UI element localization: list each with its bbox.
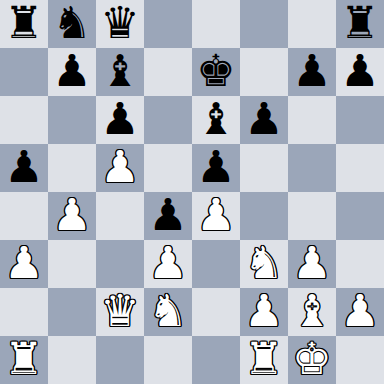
square-h4[interactable] <box>336 192 384 240</box>
piece-black-knight[interactable]: ♞ <box>52 0 91 47</box>
piece-black-pawn[interactable]: ♟ <box>148 192 187 239</box>
square-g8[interactable] <box>288 0 336 48</box>
square-h5[interactable] <box>336 144 384 192</box>
square-g4[interactable] <box>288 192 336 240</box>
square-c7[interactable]: ♝ <box>96 48 144 96</box>
piece-black-queen[interactable]: ♛ <box>100 0 139 47</box>
square-f3[interactable]: ♞ <box>240 240 288 288</box>
square-g6[interactable] <box>288 96 336 144</box>
square-f6[interactable]: ♟ <box>240 96 288 144</box>
square-c6[interactable]: ♟ <box>96 96 144 144</box>
piece-white-bishop[interactable]: ♝ <box>292 288 331 335</box>
square-a5[interactable]: ♟ <box>0 144 48 192</box>
square-d6[interactable] <box>144 96 192 144</box>
square-h1[interactable] <box>336 336 384 384</box>
piece-black-king[interactable]: ♚ <box>196 48 235 95</box>
piece-white-pawn[interactable]: ♟ <box>292 240 331 287</box>
square-f8[interactable] <box>240 0 288 48</box>
square-b1[interactable] <box>48 336 96 384</box>
square-e8[interactable] <box>192 0 240 48</box>
square-a6[interactable] <box>0 96 48 144</box>
square-d4[interactable]: ♟ <box>144 192 192 240</box>
square-a3[interactable]: ♟ <box>0 240 48 288</box>
square-e1[interactable] <box>192 336 240 384</box>
square-h2[interactable]: ♟ <box>336 288 384 336</box>
square-f2[interactable]: ♟ <box>240 288 288 336</box>
square-f7[interactable] <box>240 48 288 96</box>
piece-black-bishop[interactable]: ♝ <box>100 48 139 95</box>
square-c4[interactable] <box>96 192 144 240</box>
piece-black-bishop[interactable]: ♝ <box>196 96 235 143</box>
square-b4[interactable]: ♟ <box>48 192 96 240</box>
chess-board: ♜♞♛♜♟♝♚♟♟♟♝♟♟♟♟♟♟♟♟♟♞♟♛♞♟♝♟♜♜♚ <box>0 0 384 384</box>
square-d8[interactable] <box>144 0 192 48</box>
piece-black-pawn[interactable]: ♟ <box>100 96 139 143</box>
square-d3[interactable]: ♟ <box>144 240 192 288</box>
square-c5[interactable]: ♟ <box>96 144 144 192</box>
square-d7[interactable] <box>144 48 192 96</box>
piece-white-pawn[interactable]: ♟ <box>340 288 379 335</box>
square-d2[interactable]: ♞ <box>144 288 192 336</box>
square-e3[interactable] <box>192 240 240 288</box>
square-e2[interactable] <box>192 288 240 336</box>
square-d5[interactable] <box>144 144 192 192</box>
square-g1[interactable]: ♚ <box>288 336 336 384</box>
square-c1[interactable] <box>96 336 144 384</box>
square-c8[interactable]: ♛ <box>96 0 144 48</box>
square-h3[interactable] <box>336 240 384 288</box>
square-f5[interactable] <box>240 144 288 192</box>
square-d1[interactable] <box>144 336 192 384</box>
square-c3[interactable] <box>96 240 144 288</box>
piece-white-pawn[interactable]: ♟ <box>196 192 235 239</box>
square-a1[interactable]: ♜ <box>0 336 48 384</box>
square-a7[interactable] <box>0 48 48 96</box>
square-a4[interactable] <box>0 192 48 240</box>
square-h7[interactable]: ♟ <box>336 48 384 96</box>
square-h8[interactable]: ♜ <box>336 0 384 48</box>
piece-white-king[interactable]: ♚ <box>292 336 331 383</box>
piece-white-pawn[interactable]: ♟ <box>100 144 139 191</box>
piece-black-pawn[interactable]: ♟ <box>244 96 283 143</box>
square-e7[interactable]: ♚ <box>192 48 240 96</box>
square-f1[interactable]: ♜ <box>240 336 288 384</box>
piece-white-rook[interactable]: ♜ <box>4 336 43 383</box>
square-e5[interactable]: ♟ <box>192 144 240 192</box>
square-b6[interactable] <box>48 96 96 144</box>
square-h6[interactable] <box>336 96 384 144</box>
square-c2[interactable]: ♛ <box>96 288 144 336</box>
piece-white-pawn[interactable]: ♟ <box>244 288 283 335</box>
square-a8[interactable]: ♜ <box>0 0 48 48</box>
square-g5[interactable] <box>288 144 336 192</box>
piece-black-rook[interactable]: ♜ <box>340 0 379 47</box>
square-a2[interactable] <box>0 288 48 336</box>
piece-white-rook[interactable]: ♜ <box>244 336 283 383</box>
piece-black-pawn[interactable]: ♟ <box>292 48 331 95</box>
piece-black-pawn[interactable]: ♟ <box>4 144 43 191</box>
square-g2[interactable]: ♝ <box>288 288 336 336</box>
square-b2[interactable] <box>48 288 96 336</box>
square-b7[interactable]: ♟ <box>48 48 96 96</box>
piece-white-knight[interactable]: ♞ <box>244 240 283 287</box>
piece-white-pawn[interactable]: ♟ <box>4 240 43 287</box>
square-e4[interactable]: ♟ <box>192 192 240 240</box>
piece-black-pawn[interactable]: ♟ <box>196 144 235 191</box>
square-b5[interactable] <box>48 144 96 192</box>
piece-black-rook[interactable]: ♜ <box>4 0 43 47</box>
square-g3[interactable]: ♟ <box>288 240 336 288</box>
piece-black-pawn[interactable]: ♟ <box>340 48 379 95</box>
square-f4[interactable] <box>240 192 288 240</box>
piece-white-knight[interactable]: ♞ <box>148 288 187 335</box>
piece-white-pawn[interactable]: ♟ <box>52 192 91 239</box>
square-b3[interactable] <box>48 240 96 288</box>
piece-white-pawn[interactable]: ♟ <box>148 240 187 287</box>
square-e6[interactable]: ♝ <box>192 96 240 144</box>
piece-white-queen[interactable]: ♛ <box>100 288 139 335</box>
piece-black-pawn[interactable]: ♟ <box>52 48 91 95</box>
square-b8[interactable]: ♞ <box>48 0 96 48</box>
square-g7[interactable]: ♟ <box>288 48 336 96</box>
